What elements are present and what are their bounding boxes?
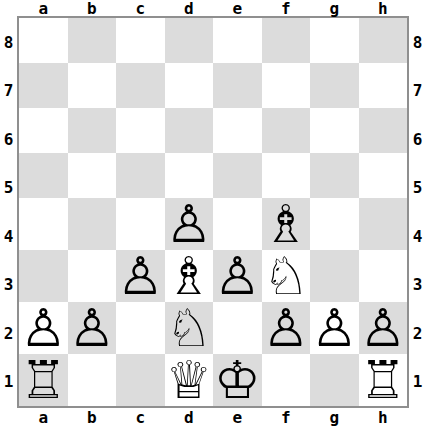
file-label-top-g: g [310, 0, 359, 16]
square-a6[interactable] [19, 108, 68, 153]
file-label-bottom-e: e [213, 408, 262, 426]
square-d4[interactable]: ♙ [165, 198, 214, 250]
square-b8[interactable] [68, 18, 117, 63]
square-g3[interactable] [310, 250, 359, 302]
square-e2[interactable] [213, 302, 262, 354]
square-a1[interactable]: ♖ [19, 354, 68, 406]
square-d7[interactable] [165, 63, 214, 108]
rank-label-right-8: 8 [409, 18, 426, 67]
square-c4[interactable] [116, 198, 165, 250]
square-a2[interactable]: ♙ [19, 302, 68, 354]
square-f2[interactable]: ♙ [262, 302, 311, 354]
file-label-bottom-c: c [116, 408, 165, 426]
file-label-bottom-g: g [310, 408, 359, 426]
square-a7[interactable] [19, 63, 68, 108]
square-g6[interactable] [310, 108, 359, 153]
piece-white-queen: ♕ [165, 354, 212, 406]
square-b7[interactable] [68, 63, 117, 108]
piece-white-knight: ♘ [262, 250, 309, 302]
square-c8[interactable] [116, 18, 165, 63]
piece-white-pawn: ♙ [165, 198, 212, 250]
rank-label-right-6: 6 [409, 115, 426, 164]
square-c2[interactable] [116, 302, 165, 354]
rank-label-left-2: 2 [0, 309, 17, 358]
square-a5[interactable] [19, 153, 68, 198]
rank-label-right-1: 1 [409, 358, 426, 407]
square-e1[interactable]: ♔ [213, 354, 262, 406]
rank-label-right-3: 3 [409, 261, 426, 310]
piece-white-bishop: ♗ [262, 198, 309, 250]
square-b2[interactable]: ♙ [68, 302, 117, 354]
piece-white-pawn: ♙ [262, 302, 309, 354]
file-label-bottom-a: a [19, 408, 68, 426]
piece-white-pawn: ♙ [117, 250, 164, 302]
square-f7[interactable] [262, 63, 311, 108]
square-a8[interactable] [19, 18, 68, 63]
rank-label-right-7: 7 [409, 67, 426, 116]
square-a4[interactable] [19, 198, 68, 250]
square-d3[interactable]: ♗ [165, 250, 214, 302]
square-g2[interactable]: ♙ [310, 302, 359, 354]
piece-white-pawn: ♙ [68, 302, 115, 354]
square-e8[interactable] [213, 18, 262, 63]
square-h3[interactable] [359, 250, 408, 302]
file-label-bottom-b: b [68, 408, 117, 426]
piece-white-pawn: ♙ [359, 302, 406, 354]
square-d2[interactable]: ♘ [165, 302, 214, 354]
file-label-top-h: h [359, 0, 408, 16]
square-h5[interactable] [359, 153, 408, 198]
square-b4[interactable] [68, 198, 117, 250]
rank-label-left-7: 7 [0, 67, 17, 116]
rank-label-left-5: 5 [0, 164, 17, 213]
square-d6[interactable] [165, 108, 214, 153]
square-g5[interactable] [310, 153, 359, 198]
file-label-top-c: c [116, 0, 165, 16]
square-e6[interactable] [213, 108, 262, 153]
square-d8[interactable] [165, 18, 214, 63]
square-c6[interactable] [116, 108, 165, 153]
rank-label-left-8: 8 [0, 18, 17, 67]
square-f8[interactable] [262, 18, 311, 63]
file-label-top-a: a [19, 0, 68, 16]
rank-label-left-3: 3 [0, 261, 17, 310]
rank-label-right-2: 2 [409, 309, 426, 358]
rank-label-left-4: 4 [0, 212, 17, 261]
square-h1[interactable]: ♖ [359, 354, 408, 406]
piece-white-king: ♔ [214, 354, 261, 406]
square-h4[interactable] [359, 198, 408, 250]
rank-label-right-4: 4 [409, 212, 426, 261]
rank-label-right-5: 5 [409, 164, 426, 213]
chess-board: ♙♗♙♗♙♘♙♙♘♙♙♙♖♕♔♖ [17, 16, 409, 408]
file-label-bottom-f: f [262, 408, 311, 426]
square-b3[interactable] [68, 250, 117, 302]
piece-white-knight: ♘ [165, 302, 212, 354]
square-c5[interactable] [116, 153, 165, 198]
file-label-top-b: b [68, 0, 117, 16]
square-h6[interactable] [359, 108, 408, 153]
square-d1[interactable]: ♕ [165, 354, 214, 406]
square-e7[interactable] [213, 63, 262, 108]
square-f4[interactable]: ♗ [262, 198, 311, 250]
square-g4[interactable] [310, 198, 359, 250]
file-label-top-d: d [165, 0, 214, 16]
square-f6[interactable] [262, 108, 311, 153]
piece-white-rook: ♖ [359, 354, 406, 406]
piece-white-pawn: ♙ [20, 302, 67, 354]
file-label-bottom-d: d [165, 408, 214, 426]
square-c3[interactable]: ♙ [116, 250, 165, 302]
square-g1[interactable] [310, 354, 359, 406]
square-b1[interactable] [68, 354, 117, 406]
square-c1[interactable] [116, 354, 165, 406]
file-label-top-f: f [262, 0, 311, 16]
rank-label-left-6: 6 [0, 115, 17, 164]
square-c7[interactable] [116, 63, 165, 108]
square-b5[interactable] [68, 153, 117, 198]
piece-white-rook: ♖ [20, 354, 67, 406]
square-e3[interactable]: ♙ [213, 250, 262, 302]
square-h2[interactable]: ♙ [359, 302, 408, 354]
square-d5[interactable] [165, 153, 214, 198]
file-label-top-e: e [213, 0, 262, 16]
file-label-bottom-h: h [359, 408, 408, 426]
square-g7[interactable] [310, 63, 359, 108]
piece-white-pawn: ♙ [214, 250, 261, 302]
square-a3[interactable] [19, 250, 68, 302]
square-f5[interactable] [262, 153, 311, 198]
square-f3[interactable]: ♘ [262, 250, 311, 302]
rank-label-left-1: 1 [0, 358, 17, 407]
square-b6[interactable] [68, 108, 117, 153]
square-h7[interactable] [359, 63, 408, 108]
piece-white-bishop: ♗ [165, 250, 212, 302]
square-e5[interactable] [213, 153, 262, 198]
chess-diagram: ♙♗♙♗♙♘♙♙♘♙♙♙♖♕♔♖ aabbccddeeffgghh8877665… [0, 0, 426, 426]
square-h8[interactable] [359, 18, 408, 63]
square-e4[interactable] [213, 198, 262, 250]
square-f1[interactable] [262, 354, 311, 406]
square-g8[interactable] [310, 18, 359, 63]
piece-white-pawn: ♙ [311, 302, 358, 354]
